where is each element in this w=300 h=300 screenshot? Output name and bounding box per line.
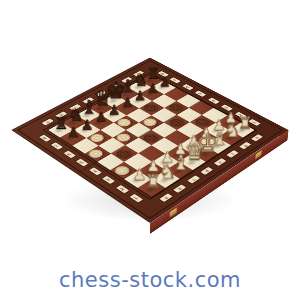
coordinate-label-6: 6 bbox=[58, 147, 81, 161]
dark-checker-disc bbox=[113, 148, 132, 160]
label-plate: c bbox=[69, 104, 81, 111]
label-plate: 1 bbox=[130, 194, 143, 203]
label-plate: f bbox=[108, 83, 119, 89]
label-plate: 8 bbox=[39, 135, 51, 142]
label-plate: 5 bbox=[195, 91, 207, 97]
watermark-text: chess-stock.com bbox=[0, 268, 300, 292]
piece-glyph: ♞ bbox=[159, 162, 176, 181]
square-f7 bbox=[127, 94, 152, 108]
label-plate: 3 bbox=[102, 176, 115, 184]
square-d6 bbox=[113, 115, 139, 130]
label-plate: 7 bbox=[169, 78, 180, 84]
square-e5 bbox=[139, 115, 165, 130]
label-plate: 7 bbox=[51, 143, 63, 150]
label-plate: 8 bbox=[157, 71, 168, 77]
label-plate: b bbox=[173, 184, 186, 192]
square-g5 bbox=[164, 101, 189, 115]
label-plate: c bbox=[187, 175, 200, 183]
label-plate: h bbox=[133, 70, 144, 76]
label-plate: f bbox=[226, 150, 238, 158]
square-g6 bbox=[151, 94, 176, 108]
label-plate: e bbox=[213, 158, 225, 166]
piece-glyph: ♜ bbox=[145, 173, 161, 190]
label-plate: 2 bbox=[116, 185, 129, 193]
square-f6 bbox=[139, 101, 164, 115]
label-plate: d bbox=[200, 167, 213, 175]
label-plate: h bbox=[251, 134, 263, 141]
square-e8 bbox=[102, 94, 127, 108]
square-g8 bbox=[127, 81, 151, 94]
label-plate: g bbox=[121, 77, 132, 83]
square-e7 bbox=[114, 101, 139, 115]
piece-glyph: ♟ bbox=[67, 125, 80, 139]
square-f5 bbox=[151, 108, 176, 122]
brass-clasp bbox=[255, 150, 261, 159]
square-e6 bbox=[126, 108, 151, 122]
product-photo: abcdefgh abcdefgh 87654321 87654321 ♜♞♝♛… bbox=[0, 0, 300, 300]
label-plate: 4 bbox=[208, 98, 220, 104]
square-f8 bbox=[115, 87, 139, 101]
label-plate: a bbox=[41, 118, 53, 125]
square-g4 bbox=[177, 108, 202, 122]
label-plate: e bbox=[95, 90, 106, 96]
square-d7 bbox=[101, 108, 126, 122]
label-plate: 3 bbox=[221, 105, 233, 112]
brass-clasp bbox=[170, 207, 177, 217]
label-plate: 6 bbox=[182, 84, 193, 90]
label-plate: g bbox=[239, 142, 251, 149]
dark-checker-b4 bbox=[109, 146, 136, 163]
piece-glyph: ♟ bbox=[81, 118, 94, 132]
square-f4 bbox=[164, 115, 190, 130]
label-plate: d bbox=[82, 97, 94, 103]
label-plate: a bbox=[159, 193, 172, 202]
label-plate: 4 bbox=[89, 167, 102, 175]
piece-glyph: ♟ bbox=[132, 167, 146, 182]
square-d8 bbox=[89, 101, 114, 115]
square-g7 bbox=[139, 87, 163, 101]
label-plate: 5 bbox=[76, 159, 88, 167]
label-plate: 6 bbox=[63, 151, 75, 159]
coordinate-label-7: 7 bbox=[45, 139, 67, 153]
